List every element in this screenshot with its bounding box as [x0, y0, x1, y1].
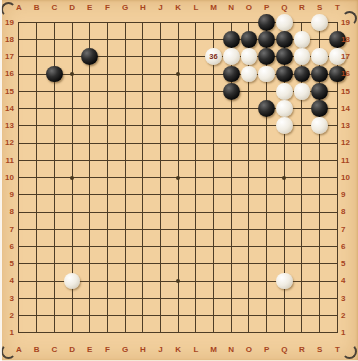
intersection-C11[interactable]: [46, 152, 64, 169]
intersection-S10[interactable]: [311, 169, 329, 186]
intersection-Q7[interactable]: [275, 221, 293, 238]
intersection-P8[interactable]: [258, 203, 276, 220]
intersection-P7[interactable]: [258, 221, 276, 238]
intersection-E14[interactable]: [81, 100, 99, 117]
intersection-Q4[interactable]: [275, 272, 293, 289]
white-stone[interactable]: [276, 117, 293, 134]
intersection-G13[interactable]: [116, 117, 134, 134]
intersection-D14[interactable]: [63, 100, 81, 117]
intersection-Q19[interactable]: [275, 14, 293, 31]
intersection-K15[interactable]: [169, 83, 187, 100]
intersection-L9[interactable]: [187, 186, 205, 203]
intersection-K9[interactable]: [169, 186, 187, 203]
intersection-G1[interactable]: [116, 324, 134, 341]
intersection-M15[interactable]: [205, 83, 223, 100]
intersection-P10[interactable]: [258, 169, 276, 186]
intersection-O13[interactable]: [240, 117, 258, 134]
white-stone[interactable]: [311, 14, 328, 31]
white-stone[interactable]: [311, 117, 328, 134]
intersection-F14[interactable]: [99, 100, 117, 117]
intersection-P19[interactable]: [258, 14, 276, 31]
intersection-R7[interactable]: [293, 221, 311, 238]
intersection-G15[interactable]: [116, 83, 134, 100]
intersection-Q8[interactable]: [275, 203, 293, 220]
intersection-F19[interactable]: [99, 14, 117, 31]
intersection-N10[interactable]: [222, 169, 240, 186]
black-stone[interactable]: [311, 83, 328, 100]
intersection-R16[interactable]: [293, 65, 311, 82]
intersection-Q17[interactable]: [275, 48, 293, 65]
white-stone[interactable]: [64, 273, 81, 290]
white-stone[interactable]: [276, 83, 293, 100]
intersection-F6[interactable]: [99, 238, 117, 255]
intersection-E13[interactable]: [81, 117, 99, 134]
intersection-C3[interactable]: [46, 290, 64, 307]
intersection-B8[interactable]: [28, 203, 46, 220]
intersection-N18[interactable]: [222, 31, 240, 48]
intersection-E5[interactable]: [81, 255, 99, 272]
intersection-K7[interactable]: [169, 221, 187, 238]
intersection-E9[interactable]: [81, 186, 99, 203]
intersection-L4[interactable]: [187, 272, 205, 289]
white-stone[interactable]: [294, 83, 311, 100]
intersection-C9[interactable]: [46, 186, 64, 203]
intersection-S14[interactable]: [311, 100, 329, 117]
intersection-H1[interactable]: [134, 324, 152, 341]
intersection-F3[interactable]: [99, 290, 117, 307]
intersection-B5[interactable]: [28, 255, 46, 272]
intersection-O8[interactable]: [240, 203, 258, 220]
intersection-H5[interactable]: [134, 255, 152, 272]
intersection-M8[interactable]: [205, 203, 223, 220]
intersection-D2[interactable]: [63, 307, 81, 324]
intersection-O7[interactable]: [240, 221, 258, 238]
intersection-P15[interactable]: [258, 83, 276, 100]
intersection-L13[interactable]: [187, 117, 205, 134]
intersection-K4[interactable]: [169, 272, 187, 289]
intersection-H8[interactable]: [134, 203, 152, 220]
intersection-F12[interactable]: [99, 134, 117, 151]
intersection-R2[interactable]: [293, 307, 311, 324]
intersection-E16[interactable]: [81, 65, 99, 82]
intersection-J5[interactable]: [152, 255, 170, 272]
intersection-N11[interactable]: [222, 152, 240, 169]
intersection-P13[interactable]: [258, 117, 276, 134]
intersection-D7[interactable]: [63, 221, 81, 238]
intersection-Q15[interactable]: [275, 83, 293, 100]
intersection-O4[interactable]: [240, 272, 258, 289]
intersection-S11[interactable]: [311, 152, 329, 169]
intersection-C6[interactable]: [46, 238, 64, 255]
intersection-H14[interactable]: [134, 100, 152, 117]
intersection-D17[interactable]: [63, 48, 81, 65]
intersection-M10[interactable]: [205, 169, 223, 186]
intersection-Q6[interactable]: [275, 238, 293, 255]
intersection-E11[interactable]: [81, 152, 99, 169]
intersection-R15[interactable]: [293, 83, 311, 100]
intersection-Q10[interactable]: [275, 169, 293, 186]
white-stone[interactable]: [241, 48, 258, 65]
intersection-B12[interactable]: [28, 134, 46, 151]
intersection-H2[interactable]: [134, 307, 152, 324]
intersection-R1[interactable]: [293, 324, 311, 341]
intersection-J15[interactable]: [152, 83, 170, 100]
intersection-P11[interactable]: [258, 152, 276, 169]
intersection-S8[interactable]: [311, 203, 329, 220]
intersection-F13[interactable]: [99, 117, 117, 134]
intersection-O15[interactable]: [240, 83, 258, 100]
intersection-B6[interactable]: [28, 238, 46, 255]
intersection-Q16[interactable]: [275, 65, 293, 82]
intersection-M18[interactable]: [205, 31, 223, 48]
intersection-R11[interactable]: [293, 152, 311, 169]
intersection-J3[interactable]: [152, 290, 170, 307]
intersection-S13[interactable]: [311, 117, 329, 134]
intersection-F10[interactable]: [99, 169, 117, 186]
white-stone[interactable]: 36: [205, 48, 222, 65]
intersection-M13[interactable]: [205, 117, 223, 134]
intersection-O9[interactable]: [240, 186, 258, 203]
intersection-D4[interactable]: [63, 272, 81, 289]
intersection-O19[interactable]: [240, 14, 258, 31]
intersection-Q1[interactable]: [275, 324, 293, 341]
intersection-P14[interactable]: [258, 100, 276, 117]
intersection-C1[interactable]: [46, 324, 64, 341]
intersection-R13[interactable]: [293, 117, 311, 134]
intersection-P6[interactable]: [258, 238, 276, 255]
intersection-N7[interactable]: [222, 221, 240, 238]
intersection-E1[interactable]: [81, 324, 99, 341]
intersection-B1[interactable]: [28, 324, 46, 341]
intersection-P17[interactable]: [258, 48, 276, 65]
intersection-J7[interactable]: [152, 221, 170, 238]
intersection-E7[interactable]: [81, 221, 99, 238]
intersection-B16[interactable]: [28, 65, 46, 82]
intersection-H19[interactable]: [134, 14, 152, 31]
intersection-Q18[interactable]: [275, 31, 293, 48]
intersection-P18[interactable]: [258, 31, 276, 48]
intersection-E2[interactable]: [81, 307, 99, 324]
intersection-E8[interactable]: [81, 203, 99, 220]
intersection-F16[interactable]: [99, 65, 117, 82]
intersection-P5[interactable]: [258, 255, 276, 272]
intersection-H11[interactable]: [134, 152, 152, 169]
intersection-E3[interactable]: [81, 290, 99, 307]
intersection-H3[interactable]: [134, 290, 152, 307]
intersection-D5[interactable]: [63, 255, 81, 272]
intersection-P12[interactable]: [258, 134, 276, 151]
intersection-K13[interactable]: [169, 117, 187, 134]
intersection-B3[interactable]: [28, 290, 46, 307]
intersection-Q12[interactable]: [275, 134, 293, 151]
intersection-P9[interactable]: [258, 186, 276, 203]
intersection-P16[interactable]: [258, 65, 276, 82]
intersection-B17[interactable]: [28, 48, 46, 65]
intersection-O12[interactable]: [240, 134, 258, 151]
intersection-G19[interactable]: [116, 14, 134, 31]
intersection-G2[interactable]: [116, 307, 134, 324]
intersection-M9[interactable]: [205, 186, 223, 203]
white-stone[interactable]: [311, 48, 328, 65]
intersection-N4[interactable]: [222, 272, 240, 289]
black-stone[interactable]: [258, 100, 275, 117]
intersection-N1[interactable]: [222, 324, 240, 341]
intersection-R6[interactable]: [293, 238, 311, 255]
intersection-D3[interactable]: [63, 290, 81, 307]
intersection-G5[interactable]: [116, 255, 134, 272]
intersection-M7[interactable]: [205, 221, 223, 238]
intersection-K6[interactable]: [169, 238, 187, 255]
intersection-R12[interactable]: [293, 134, 311, 151]
intersection-O11[interactable]: [240, 152, 258, 169]
intersection-F9[interactable]: [99, 186, 117, 203]
intersection-C7[interactable]: [46, 221, 64, 238]
intersection-N12[interactable]: [222, 134, 240, 151]
intersection-O6[interactable]: [240, 238, 258, 255]
intersection-L11[interactable]: [187, 152, 205, 169]
intersection-B7[interactable]: [28, 221, 46, 238]
intersection-J16[interactable]: [152, 65, 170, 82]
intersection-R19[interactable]: [293, 14, 311, 31]
intersection-K12[interactable]: [169, 134, 187, 151]
intersection-G6[interactable]: [116, 238, 134, 255]
intersection-B4[interactable]: [28, 272, 46, 289]
intersection-F15[interactable]: [99, 83, 117, 100]
intersection-G16[interactable]: [116, 65, 134, 82]
intersection-K3[interactable]: [169, 290, 187, 307]
intersection-H16[interactable]: [134, 65, 152, 82]
intersection-M3[interactable]: [205, 290, 223, 307]
intersection-F1[interactable]: [99, 324, 117, 341]
intersection-P3[interactable]: [258, 290, 276, 307]
intersection-L5[interactable]: [187, 255, 205, 272]
intersection-F17[interactable]: [99, 48, 117, 65]
intersection-E12[interactable]: [81, 134, 99, 151]
intersection-J8[interactable]: [152, 203, 170, 220]
intersection-S18[interactable]: [311, 31, 329, 48]
intersection-N15[interactable]: [222, 83, 240, 100]
goban-grid[interactable]: 36: [10, 14, 346, 342]
intersection-H12[interactable]: [134, 134, 152, 151]
intersection-Q5[interactable]: [275, 255, 293, 272]
intersection-H10[interactable]: [134, 169, 152, 186]
intersection-N3[interactable]: [222, 290, 240, 307]
intersection-C19[interactable]: [46, 14, 64, 31]
intersection-C15[interactable]: [46, 83, 64, 100]
black-stone[interactable]: [46, 66, 63, 83]
intersection-J12[interactable]: [152, 134, 170, 151]
intersection-D11[interactable]: [63, 152, 81, 169]
intersection-B15[interactable]: [28, 83, 46, 100]
intersection-C4[interactable]: [46, 272, 64, 289]
intersection-F2[interactable]: [99, 307, 117, 324]
intersection-G17[interactable]: [116, 48, 134, 65]
intersection-H18[interactable]: [134, 31, 152, 48]
intersection-M2[interactable]: [205, 307, 223, 324]
intersection-C10[interactable]: [46, 169, 64, 186]
intersection-Q3[interactable]: [275, 290, 293, 307]
intersection-G12[interactable]: [116, 134, 134, 151]
white-stone[interactable]: [241, 66, 258, 83]
intersection-N5[interactable]: [222, 255, 240, 272]
intersection-M11[interactable]: [205, 152, 223, 169]
white-stone[interactable]: [223, 48, 240, 65]
black-stone[interactable]: [223, 83, 240, 100]
intersection-F4[interactable]: [99, 272, 117, 289]
white-stone[interactable]: [276, 273, 293, 290]
intersection-G10[interactable]: [116, 169, 134, 186]
intersection-S1[interactable]: [311, 324, 329, 341]
intersection-O10[interactable]: [240, 169, 258, 186]
intersection-K10[interactable]: [169, 169, 187, 186]
intersection-M5[interactable]: [205, 255, 223, 272]
intersection-H17[interactable]: [134, 48, 152, 65]
intersection-Q14[interactable]: [275, 100, 293, 117]
intersection-L3[interactable]: [187, 290, 205, 307]
intersection-F11[interactable]: [99, 152, 117, 169]
intersection-C17[interactable]: [46, 48, 64, 65]
intersection-L19[interactable]: [187, 14, 205, 31]
intersection-M17[interactable]: 36: [205, 48, 223, 65]
intersection-K5[interactable]: [169, 255, 187, 272]
intersection-G11[interactable]: [116, 152, 134, 169]
intersection-D12[interactable]: [63, 134, 81, 151]
intersection-G8[interactable]: [116, 203, 134, 220]
intersection-K17[interactable]: [169, 48, 187, 65]
intersection-O1[interactable]: [240, 324, 258, 341]
intersection-K19[interactable]: [169, 14, 187, 31]
intersection-N14[interactable]: [222, 100, 240, 117]
intersection-L18[interactable]: [187, 31, 205, 48]
white-stone[interactable]: [258, 66, 275, 83]
black-stone[interactable]: [294, 66, 311, 83]
intersection-F5[interactable]: [99, 255, 117, 272]
intersection-M4[interactable]: [205, 272, 223, 289]
intersection-S17[interactable]: [311, 48, 329, 65]
intersection-G4[interactable]: [116, 272, 134, 289]
intersection-B19[interactable]: [28, 14, 46, 31]
intersection-H9[interactable]: [134, 186, 152, 203]
intersection-D10[interactable]: [63, 169, 81, 186]
intersection-J18[interactable]: [152, 31, 170, 48]
intersection-J2[interactable]: [152, 307, 170, 324]
intersection-D19[interactable]: [63, 14, 81, 31]
intersection-L17[interactable]: [187, 48, 205, 65]
intersection-R8[interactable]: [293, 203, 311, 220]
intersection-R14[interactable]: [293, 100, 311, 117]
intersection-J4[interactable]: [152, 272, 170, 289]
intersection-B2[interactable]: [28, 307, 46, 324]
intersection-L16[interactable]: [187, 65, 205, 82]
intersection-B14[interactable]: [28, 100, 46, 117]
intersection-E4[interactable]: [81, 272, 99, 289]
intersection-D8[interactable]: [63, 203, 81, 220]
intersection-D15[interactable]: [63, 83, 81, 100]
intersection-K2[interactable]: [169, 307, 187, 324]
black-stone[interactable]: [81, 48, 98, 65]
intersection-S2[interactable]: [311, 307, 329, 324]
intersection-C14[interactable]: [46, 100, 64, 117]
intersection-L2[interactable]: [187, 307, 205, 324]
intersection-D6[interactable]: [63, 238, 81, 255]
intersection-J17[interactable]: [152, 48, 170, 65]
intersection-E6[interactable]: [81, 238, 99, 255]
black-stone[interactable]: [258, 31, 275, 48]
intersection-L8[interactable]: [187, 203, 205, 220]
intersection-J10[interactable]: [152, 169, 170, 186]
intersection-O18[interactable]: [240, 31, 258, 48]
intersection-L12[interactable]: [187, 134, 205, 151]
intersection-F18[interactable]: [99, 31, 117, 48]
intersection-J1[interactable]: [152, 324, 170, 341]
intersection-R9[interactable]: [293, 186, 311, 203]
intersection-B18[interactable]: [28, 31, 46, 48]
intersection-M19[interactable]: [205, 14, 223, 31]
intersection-R10[interactable]: [293, 169, 311, 186]
intersection-S4[interactable]: [311, 272, 329, 289]
intersection-H13[interactable]: [134, 117, 152, 134]
intersection-C2[interactable]: [46, 307, 64, 324]
intersection-C5[interactable]: [46, 255, 64, 272]
intersection-F7[interactable]: [99, 221, 117, 238]
intersection-Q9[interactable]: [275, 186, 293, 203]
intersection-O16[interactable]: [240, 65, 258, 82]
white-stone[interactable]: [294, 48, 311, 65]
intersection-H4[interactable]: [134, 272, 152, 289]
intersection-S7[interactable]: [311, 221, 329, 238]
intersection-S19[interactable]: [311, 14, 329, 31]
intersection-P1[interactable]: [258, 324, 276, 341]
intersection-Q2[interactable]: [275, 307, 293, 324]
black-stone[interactable]: [311, 100, 328, 117]
intersection-O17[interactable]: [240, 48, 258, 65]
intersection-R4[interactable]: [293, 272, 311, 289]
intersection-N16[interactable]: [222, 65, 240, 82]
intersection-L14[interactable]: [187, 100, 205, 117]
intersection-O3[interactable]: [240, 290, 258, 307]
intersection-R17[interactable]: [293, 48, 311, 65]
intersection-O5[interactable]: [240, 255, 258, 272]
intersection-B13[interactable]: [28, 117, 46, 134]
intersection-E18[interactable]: [81, 31, 99, 48]
intersection-N19[interactable]: [222, 14, 240, 31]
intersection-B11[interactable]: [28, 152, 46, 169]
intersection-J11[interactable]: [152, 152, 170, 169]
intersection-N17[interactable]: [222, 48, 240, 65]
intersection-L7[interactable]: [187, 221, 205, 238]
intersection-K18[interactable]: [169, 31, 187, 48]
intersection-P2[interactable]: [258, 307, 276, 324]
intersection-E15[interactable]: [81, 83, 99, 100]
intersection-S3[interactable]: [311, 290, 329, 307]
white-stone[interactable]: [276, 100, 293, 117]
black-stone[interactable]: [241, 31, 258, 48]
intersection-K1[interactable]: [169, 324, 187, 341]
intersection-S6[interactable]: [311, 238, 329, 255]
intersection-L6[interactable]: [187, 238, 205, 255]
intersection-O14[interactable]: [240, 100, 258, 117]
intersection-N6[interactable]: [222, 238, 240, 255]
intersection-M6[interactable]: [205, 238, 223, 255]
black-stone[interactable]: [258, 14, 275, 31]
intersection-J14[interactable]: [152, 100, 170, 117]
intersection-S16[interactable]: [311, 65, 329, 82]
black-stone[interactable]: [276, 66, 293, 83]
intersection-K16[interactable]: [169, 65, 187, 82]
intersection-Q13[interactable]: [275, 117, 293, 134]
intersection-S15[interactable]: [311, 83, 329, 100]
white-stone[interactable]: [294, 31, 311, 48]
